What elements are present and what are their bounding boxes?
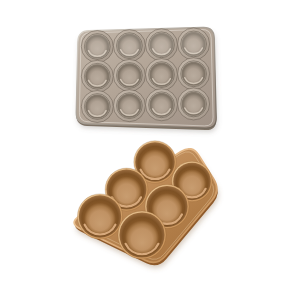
muffin-cup (81, 91, 113, 123)
muffin-cup (178, 28, 210, 60)
muffin-cup (118, 211, 166, 259)
muffin-cup (146, 29, 178, 61)
muffin-cup (113, 59, 145, 91)
product-photo: Two nonstick metal muffin baking pans on… (0, 0, 292, 292)
muffin-cup (146, 59, 178, 91)
muffin-cup (113, 90, 145, 122)
muffin-cup (81, 60, 113, 92)
muffin-cup (178, 88, 210, 120)
muffin-cup (81, 31, 113, 63)
muffin-cup (178, 58, 210, 90)
muffin-cup (77, 194, 122, 239)
muffin-pan-6-cup (74, 141, 219, 269)
muffin-cup (113, 30, 145, 62)
muffin-cup (146, 89, 178, 121)
muffin-pans-image: Two nonstick metal muffin baking pans on… (0, 0, 292, 292)
muffin-pan-12-cup (76, 27, 217, 132)
